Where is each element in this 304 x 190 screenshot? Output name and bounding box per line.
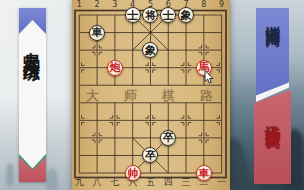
file-label-bottom: 九	[73, 177, 85, 187]
piece-red-chariot[interactable]: 車	[196, 165, 212, 181]
file-label-bottom: 七	[109, 177, 121, 187]
river-watermark: 大师棋路	[86, 87, 238, 105]
banner-left-title: 中局杀法练习	[19, 38, 46, 172]
file-label-bottom: 一	[216, 177, 228, 187]
piece-red-general[interactable]: 帅	[125, 165, 141, 181]
right-banner-bottom: 迅斩颜良	[254, 88, 291, 184]
right-banner: 渊深海阔 迅斩颜良	[254, 8, 291, 184]
piece-black-chariot[interactable]: 車	[89, 25, 105, 41]
mouse-cursor	[204, 70, 214, 84]
left-title-banner: 中局杀法练习	[19, 8, 46, 182]
file-label-top: 2	[91, 0, 103, 10]
file-label-top: 8	[198, 0, 210, 10]
banner-top-cap	[19, 8, 46, 34]
piece-black-elephant[interactable]: 象	[178, 7, 194, 23]
file-label-bottom: 八	[91, 177, 103, 187]
piece-red-cannon[interactable]: 炮	[107, 60, 123, 76]
file-label-top: 1	[73, 0, 85, 10]
file-label-bottom: 四	[162, 177, 174, 187]
right-banner-bottom-text: 迅斩颜良	[263, 114, 282, 184]
piece-black-advisor[interactable]: 士	[125, 7, 141, 23]
file-label-bottom: 三	[180, 177, 192, 187]
screenshot-root: 123456789 九八七六五四三二一 大师棋路 士将士象車象炮馬卒卒帅車 中局…	[0, 0, 304, 190]
file-label-top: 3	[109, 0, 121, 10]
xiangqi-board[interactable]: 123456789 九八七六五四三二一 大师棋路 士将士象車象炮馬卒卒帅車	[72, 0, 230, 190]
file-label-bottom: 五	[144, 177, 156, 187]
file-label-top: 9	[216, 0, 228, 10]
